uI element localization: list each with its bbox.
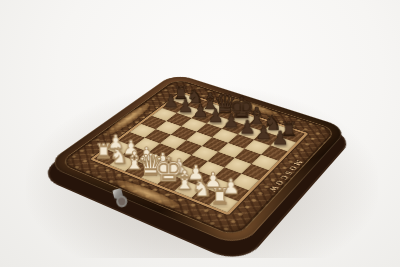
piece-black-pawn[interactable]: ♟ bbox=[267, 128, 293, 147]
square-h7[interactable]: ♟ bbox=[270, 137, 296, 152]
chess-set-photo: MOSCOW ♜♞♝♛♚♝♞♜♟♟♟♟♟♟♟♟♟♟♟♟♟♟♟♟♜♞♝♛♚♝♞♜ bbox=[0, 0, 400, 267]
square-h1[interactable]: ♜ bbox=[209, 194, 238, 212]
square-h4[interactable] bbox=[241, 164, 268, 180]
piece-white-rook[interactable]: ♜ bbox=[205, 185, 234, 207]
